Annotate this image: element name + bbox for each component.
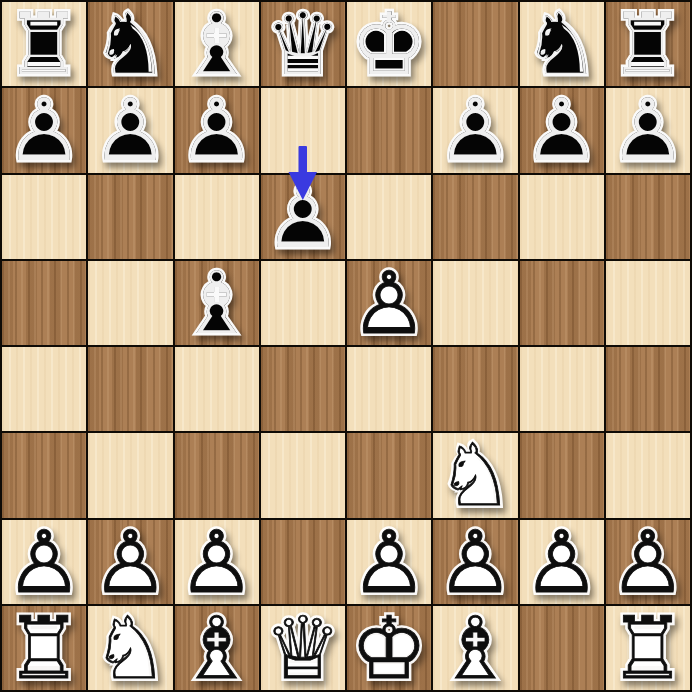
square-d8[interactable]: ♛♛♕	[261, 2, 345, 86]
square-f1[interactable]: ♝♝♗	[433, 606, 517, 690]
square-b8[interactable]: ♞♞♘	[88, 2, 172, 86]
square-a5[interactable]	[2, 261, 86, 345]
square-h4[interactable]	[606, 347, 690, 431]
square-g3[interactable]	[520, 433, 604, 517]
black-pawn[interactable]: ♟♟♙	[606, 88, 690, 172]
square-e1[interactable]: ♚♚♔	[347, 606, 431, 690]
white-pawn[interactable]: ♟♟♙	[606, 520, 690, 604]
square-d2[interactable]	[261, 520, 345, 604]
detail-glyph: ♙	[88, 520, 172, 604]
square-a1[interactable]: ♜♜♖	[2, 606, 86, 690]
detail-glyph: ♙	[347, 261, 431, 345]
square-f7[interactable]: ♟♟♙	[433, 88, 517, 172]
square-e2[interactable]: ♟♟♙	[347, 520, 431, 604]
detail-glyph: ♙	[520, 88, 604, 172]
detail-glyph: ♙	[606, 520, 690, 604]
square-f3[interactable]: ♞♞♘	[433, 433, 517, 517]
square-b4[interactable]	[88, 347, 172, 431]
square-c2[interactable]: ♟♟♙	[175, 520, 259, 604]
square-h1[interactable]: ♜♜♖	[606, 606, 690, 690]
black-rook[interactable]: ♜♜♖	[2, 2, 86, 86]
black-knight[interactable]: ♞♞♘	[88, 2, 172, 86]
white-king[interactable]: ♚♚♔	[347, 606, 431, 690]
white-pawn[interactable]: ♟♟♙	[347, 520, 431, 604]
detail-glyph: ♕	[261, 2, 345, 86]
detail-glyph: ♗	[175, 261, 259, 345]
square-g7[interactable]: ♟♟♙	[520, 88, 604, 172]
square-a8[interactable]: ♜♜♖	[2, 2, 86, 86]
square-c7[interactable]: ♟♟♙	[175, 88, 259, 172]
square-e5[interactable]: ♟♟♙	[347, 261, 431, 345]
black-pawn[interactable]: ♟♟♙	[261, 175, 345, 259]
detail-glyph: ♙	[175, 520, 259, 604]
black-rook[interactable]: ♜♜♖	[606, 2, 690, 86]
square-c6[interactable]	[175, 175, 259, 259]
detail-glyph: ♗	[433, 606, 517, 690]
square-f6[interactable]	[433, 175, 517, 259]
white-pawn[interactable]: ♟♟♙	[2, 520, 86, 604]
square-g8[interactable]: ♞♞♘	[520, 2, 604, 86]
square-h3[interactable]	[606, 433, 690, 517]
square-d4[interactable]	[261, 347, 345, 431]
square-a4[interactable]	[2, 347, 86, 431]
square-e7[interactable]	[347, 88, 431, 172]
detail-glyph: ♘	[520, 2, 604, 86]
square-h7[interactable]: ♟♟♙	[606, 88, 690, 172]
white-pawn[interactable]: ♟♟♙	[433, 520, 517, 604]
square-a7[interactable]: ♟♟♙	[2, 88, 86, 172]
detail-glyph: ♙	[2, 88, 86, 172]
detail-glyph: ♗	[175, 606, 259, 690]
square-h6[interactable]	[606, 175, 690, 259]
square-b1[interactable]: ♞♞♘	[88, 606, 172, 690]
square-g6[interactable]	[520, 175, 604, 259]
detail-glyph: ♖	[2, 606, 86, 690]
white-bishop[interactable]: ♝♝♗	[175, 606, 259, 690]
detail-glyph: ♔	[347, 606, 431, 690]
white-pawn[interactable]: ♟♟♙	[175, 520, 259, 604]
square-g2[interactable]: ♟♟♙	[520, 520, 604, 604]
square-b5[interactable]	[88, 261, 172, 345]
square-d1[interactable]: ♛♛♕	[261, 606, 345, 690]
square-g1[interactable]	[520, 606, 604, 690]
detail-glyph: ♙	[2, 520, 86, 604]
square-e8[interactable]: ♚♚♔	[347, 2, 431, 86]
white-rook[interactable]: ♜♜♖	[2, 606, 86, 690]
square-a2[interactable]: ♟♟♙	[2, 520, 86, 604]
square-b2[interactable]: ♟♟♙	[88, 520, 172, 604]
square-d5[interactable]	[261, 261, 345, 345]
white-knight[interactable]: ♞♞♘	[88, 606, 172, 690]
black-king[interactable]: ♚♚♔	[347, 2, 431, 86]
square-f4[interactable]	[433, 347, 517, 431]
square-b3[interactable]	[88, 433, 172, 517]
detail-glyph: ♙	[433, 88, 517, 172]
black-pawn[interactable]: ♟♟♙	[175, 88, 259, 172]
square-d6[interactable]: ♟♟♙	[261, 175, 345, 259]
black-queen[interactable]: ♛♛♕	[261, 2, 345, 86]
square-h5[interactable]	[606, 261, 690, 345]
detail-glyph: ♙	[175, 88, 259, 172]
white-pawn[interactable]: ♟♟♙	[347, 261, 431, 345]
detail-glyph: ♔	[347, 2, 431, 86]
square-e6[interactable]	[347, 175, 431, 259]
square-d3[interactable]	[261, 433, 345, 517]
square-g4[interactable]	[520, 347, 604, 431]
detail-glyph: ♙	[261, 175, 345, 259]
black-pawn[interactable]: ♟♟♙	[433, 88, 517, 172]
square-f8[interactable]	[433, 2, 517, 86]
square-a6[interactable]	[2, 175, 86, 259]
square-c4[interactable]	[175, 347, 259, 431]
detail-glyph: ♕	[261, 606, 345, 690]
black-pawn[interactable]: ♟♟♙	[2, 88, 86, 172]
square-c3[interactable]	[175, 433, 259, 517]
detail-glyph: ♘	[88, 2, 172, 86]
square-h2[interactable]: ♟♟♙	[606, 520, 690, 604]
black-bishop[interactable]: ♝♝♗	[175, 2, 259, 86]
square-b7[interactable]: ♟♟♙	[88, 88, 172, 172]
square-f5[interactable]	[433, 261, 517, 345]
square-g5[interactable]	[520, 261, 604, 345]
chess-board: ♜♜♖♞♞♘♝♝♗♛♛♕♚♚♔♞♞♘♜♜♖♟♟♙♟♟♙♟♟♙♟♟♙♟♟♙♟♟♙♟…	[0, 0, 692, 692]
square-c5[interactable]: ♝♝♗	[175, 261, 259, 345]
detail-glyph: ♘	[88, 606, 172, 690]
square-h8[interactable]: ♜♜♖	[606, 2, 690, 86]
square-e4[interactable]	[347, 347, 431, 431]
white-bishop[interactable]: ♝♝♗	[433, 606, 517, 690]
black-knight[interactable]: ♞♞♘	[520, 2, 604, 86]
detail-glyph: ♙	[520, 520, 604, 604]
chess-app: ♜♜♖♞♞♘♝♝♗♛♛♕♚♚♔♞♞♘♜♜♖♟♟♙♟♟♙♟♟♙♟♟♙♟♟♙♟♟♙♟…	[0, 0, 692, 692]
detail-glyph: ♖	[606, 606, 690, 690]
white-pawn[interactable]: ♟♟♙	[520, 520, 604, 604]
square-c8[interactable]: ♝♝♗	[175, 2, 259, 86]
white-queen[interactable]: ♛♛♕	[261, 606, 345, 690]
square-b6[interactable]	[88, 175, 172, 259]
black-pawn[interactable]: ♟♟♙	[88, 88, 172, 172]
square-f2[interactable]: ♟♟♙	[433, 520, 517, 604]
detail-glyph: ♙	[88, 88, 172, 172]
square-e3[interactable]	[347, 433, 431, 517]
detail-glyph: ♖	[2, 2, 86, 86]
detail-glyph: ♙	[606, 88, 690, 172]
square-a3[interactable]	[2, 433, 86, 517]
detail-glyph: ♙	[433, 520, 517, 604]
detail-glyph: ♘	[433, 433, 517, 517]
detail-glyph: ♖	[606, 2, 690, 86]
white-pawn[interactable]: ♟♟♙	[88, 520, 172, 604]
detail-glyph: ♗	[175, 2, 259, 86]
white-knight[interactable]: ♞♞♘	[433, 433, 517, 517]
detail-glyph: ♙	[347, 520, 431, 604]
black-pawn[interactable]: ♟♟♙	[520, 88, 604, 172]
white-rook[interactable]: ♜♜♖	[606, 606, 690, 690]
square-d7[interactable]	[261, 88, 345, 172]
black-bishop[interactable]: ♝♝♗	[175, 261, 259, 345]
square-c1[interactable]: ♝♝♗	[175, 606, 259, 690]
